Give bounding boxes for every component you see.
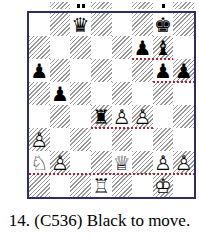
square-a7 (29, 36, 50, 59)
square-c7 (70, 36, 91, 59)
square-b2: ♟♙ (50, 151, 71, 174)
square-b8 (50, 13, 71, 36)
chess-diagram-page: ♛♚♟♝♟♟♟♟♜♟♙♟♙♟♙♞♘♟♙♛♕♟♙♟♙♜♖♚♔ 14. (C536)… (0, 0, 199, 239)
square-e8 (112, 13, 133, 36)
print-artifact-dot (77, 4, 80, 8)
square-a8 (29, 13, 50, 36)
white-pawn: ♟♙ (154, 153, 172, 173)
square-a5 (29, 82, 50, 105)
square-h1 (173, 174, 194, 197)
board-grid: ♛♚♟♝♟♟♟♟♜♟♙♟♙♟♙♞♘♟♙♛♕♟♙♟♙♜♖♚♔ (29, 13, 194, 197)
square-g3 (153, 128, 174, 151)
square-g4 (153, 105, 174, 128)
white-pawn: ♟♙ (30, 130, 48, 150)
print-artifact-hatch (173, 2, 194, 9)
black-pawn: ♟ (154, 61, 172, 81)
square-g1: ♚♔ (153, 174, 174, 197)
square-h2: ♟♙ (173, 151, 194, 174)
square-e6 (112, 59, 133, 82)
square-h7 (173, 36, 194, 59)
square-c8: ♛ (70, 13, 91, 36)
square-d5 (91, 82, 112, 105)
black-pawn: ♟ (175, 61, 193, 81)
square-e3 (112, 128, 133, 151)
black-bishop: ♝ (154, 38, 172, 58)
square-g5 (153, 82, 174, 105)
white-pawn: ♟♙ (133, 107, 151, 127)
square-g6: ♟ (153, 59, 174, 82)
square-f2 (132, 151, 153, 174)
square-c5 (70, 82, 91, 105)
square-a2: ♞♘ (29, 151, 50, 174)
black-pawn: ♟ (30, 61, 48, 81)
square-e2: ♛♕ (112, 151, 133, 174)
square-d1: ♜♖ (91, 174, 112, 197)
chess-board: ♛♚♟♝♟♟♟♟♜♟♙♟♙♟♙♞♘♟♙♛♕♟♙♟♙♜♖♚♔ (27, 11, 196, 199)
square-e7 (112, 36, 133, 59)
square-h6: ♟ (173, 59, 194, 82)
white-queen: ♛♕ (113, 153, 131, 173)
diagram-caption: 14. (C536) Black to move. (0, 211, 199, 231)
print-artifact-dot (82, 4, 85, 8)
square-f3 (132, 128, 153, 151)
square-a4 (29, 105, 50, 128)
square-d3 (91, 128, 112, 151)
white-rook: ♜♖ (92, 176, 110, 196)
square-c3 (70, 128, 91, 151)
white-knight: ♞♘ (30, 153, 48, 173)
white-pawn: ♟♙ (113, 107, 131, 127)
white-pawn: ♟♙ (175, 153, 193, 173)
square-a3: ♟♙ (29, 128, 50, 151)
square-f7: ♟ (132, 36, 153, 59)
square-b5: ♟ (50, 82, 71, 105)
black-pawn: ♟ (51, 84, 69, 104)
square-d2 (91, 151, 112, 174)
square-f8 (132, 13, 153, 36)
square-g7: ♝ (153, 36, 174, 59)
white-pawn: ♟♙ (51, 153, 69, 173)
square-c2 (70, 151, 91, 174)
print-artifact-dot (162, 4, 165, 8)
square-h8 (173, 13, 194, 36)
square-f1 (132, 174, 153, 197)
square-e4: ♟♙ (112, 105, 133, 128)
square-d4: ♜ (91, 105, 112, 128)
square-d6 (91, 59, 112, 82)
white-king: ♚♔ (154, 176, 172, 196)
square-a6: ♟ (29, 59, 50, 82)
print-artifact-hatch (50, 2, 71, 9)
square-f4: ♟♙ (132, 105, 153, 128)
square-c1 (70, 174, 91, 197)
black-king: ♚ (154, 15, 172, 35)
square-b1 (50, 174, 71, 197)
square-h5 (173, 82, 194, 105)
square-g8: ♚ (153, 13, 174, 36)
square-d8 (91, 13, 112, 36)
square-e1 (112, 174, 133, 197)
square-e5 (112, 82, 133, 105)
black-pawn: ♟ (133, 38, 151, 58)
square-b6 (50, 59, 71, 82)
square-h3 (173, 128, 194, 151)
square-f6 (132, 59, 153, 82)
square-h4 (173, 105, 194, 128)
square-a1 (29, 174, 50, 197)
square-b7 (50, 36, 71, 59)
black-rook: ♜ (92, 107, 110, 127)
square-c4 (70, 105, 91, 128)
square-g2: ♟♙ (153, 151, 174, 174)
square-d7 (91, 36, 112, 59)
square-f5 (132, 82, 153, 105)
print-artifact-hatch (91, 2, 112, 9)
square-c6 (70, 59, 91, 82)
print-artifact-hatch (132, 2, 153, 9)
square-b3 (50, 128, 71, 151)
black-queen: ♛ (72, 15, 90, 35)
square-b4 (50, 105, 71, 128)
